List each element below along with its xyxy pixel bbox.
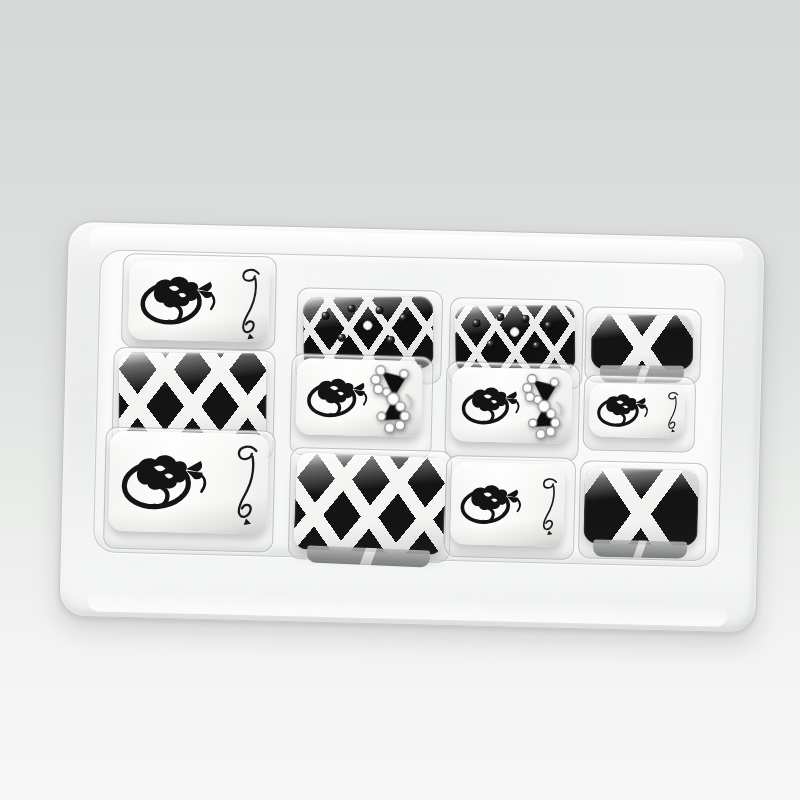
product-photo: [0, 0, 800, 800]
stud-dot-icon: [375, 306, 384, 315]
nail-pockets: [69, 222, 765, 239]
nail-r3c3: [450, 462, 565, 547]
stud-dot-icon: [472, 319, 481, 328]
stud-dot-icon: [544, 321, 553, 330]
nail-tip-reflection: [306, 545, 430, 567]
stud-dot-icon: [337, 333, 346, 342]
rose-motif-icon: [134, 267, 220, 335]
rose-motif-icon: [455, 469, 524, 540]
tray-flange: [58, 221, 765, 634]
nail-r2c3: [451, 367, 573, 444]
nail-r3c1: [108, 431, 268, 535]
nail-r2c2: [296, 358, 423, 437]
stud-dot-icon: [521, 314, 530, 323]
nail-tip-reflection: [593, 539, 687, 558]
crystal-dot-icon: [509, 327, 520, 338]
stud-dot-icon: [532, 341, 541, 350]
nail-r1c1: [128, 260, 270, 342]
stud-dot-icon: [486, 339, 495, 348]
rose-motif-icon: [593, 388, 651, 434]
bow-charm-icon: [368, 348, 415, 448]
tray: [58, 221, 765, 634]
stud-dot-icon: [496, 312, 505, 321]
stud-dot-icon: [321, 312, 330, 321]
nail-r1c4: [591, 314, 693, 370]
nail-r2c4: [589, 383, 685, 438]
nail-r3c2: [293, 452, 447, 555]
stud-dot-icon: [387, 335, 396, 344]
script-flourish-icon: [536, 466, 562, 545]
script-flourish-icon: [228, 436, 264, 533]
nail-r3c4: [583, 467, 699, 546]
rose-motif-icon: [115, 439, 212, 525]
rose-motif-icon: [457, 379, 523, 432]
crystal-dot-icon: [362, 320, 373, 331]
stud-dot-icon: [399, 314, 408, 323]
script-flourish-icon: [234, 264, 265, 341]
script-flourish-icon: [663, 390, 682, 433]
bow-charm-icon: [520, 357, 566, 454]
stud-dot-icon: [347, 304, 356, 313]
rose-motif-icon: [302, 370, 371, 425]
